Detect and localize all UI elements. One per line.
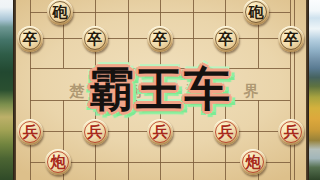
piece-glyph: 卒 <box>87 32 102 47</box>
thumbnail-canvas: 楚 河 汉 界 砲砲卒卒卒卒卒兵兵兵兵兵炮炮 霸王车 <box>0 0 320 180</box>
piece-glyph: 卒 <box>23 32 38 47</box>
piece-glyph: 卒 <box>218 32 233 47</box>
piece-glyph: 炮 <box>246 155 261 170</box>
piece-glyph: 兵 <box>23 125 38 140</box>
piece-red-soldier[interactable]: 兵 <box>213 119 239 145</box>
screenshot-edge-left <box>13 0 16 180</box>
piece-black-soldier[interactable]: 卒 <box>17 26 43 52</box>
piece-black-soldier[interactable]: 卒 <box>82 26 108 52</box>
title-overlay: 霸王车 <box>88 66 232 112</box>
piece-glyph: 砲 <box>53 5 68 20</box>
piece-red-soldier[interactable]: 兵 <box>147 119 173 145</box>
piece-glyph: 兵 <box>284 125 299 140</box>
piece-glyph: 兵 <box>218 125 233 140</box>
piece-glyph: 兵 <box>87 125 102 140</box>
piece-red-cannon[interactable]: 炮 <box>45 149 71 175</box>
piece-black-cannon[interactable]: 砲 <box>243 0 269 25</box>
piece-glyph: 兵 <box>153 125 168 140</box>
piece-red-cannon[interactable]: 炮 <box>240 149 266 175</box>
piece-glyph: 砲 <box>249 5 264 20</box>
piece-black-soldier[interactable]: 卒 <box>147 26 173 52</box>
piece-red-soldier[interactable]: 兵 <box>17 119 43 145</box>
piece-black-soldier[interactable]: 卒 <box>213 26 239 52</box>
scenery-photo-left <box>0 0 13 180</box>
piece-red-soldier[interactable]: 兵 <box>278 119 304 145</box>
piece-black-soldier[interactable]: 卒 <box>278 26 304 52</box>
piece-red-soldier[interactable]: 兵 <box>82 119 108 145</box>
piece-glyph: 炮 <box>51 155 66 170</box>
scenery-photo-right <box>309 0 320 180</box>
piece-glyph: 卒 <box>153 32 168 47</box>
piece-glyph: 卒 <box>284 32 299 47</box>
piece-black-cannon[interactable]: 砲 <box>47 0 73 25</box>
